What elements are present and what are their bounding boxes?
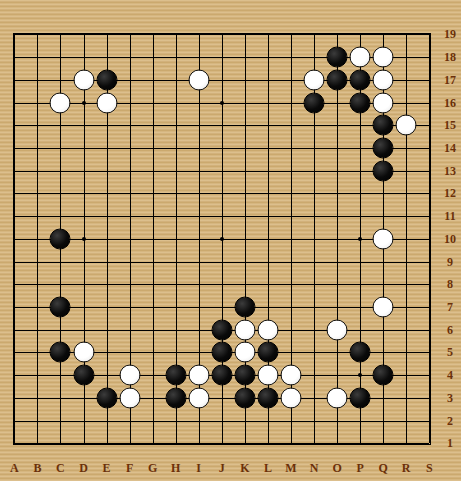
stone-black-P16 <box>350 92 371 113</box>
row-label-3: 3 <box>447 392 453 404</box>
stone-black-J6 <box>211 319 232 340</box>
stone-white-D5 <box>73 342 94 363</box>
stone-white-Q10 <box>373 228 394 249</box>
row-label-6: 6 <box>447 324 453 336</box>
stone-white-D17 <box>73 69 94 90</box>
stone-white-I3 <box>188 387 209 408</box>
column-label-R: R <box>402 462 411 474</box>
stone-white-Q18 <box>373 47 394 68</box>
stone-black-O18 <box>327 47 348 68</box>
stone-black-K3 <box>234 387 255 408</box>
column-label-L: L <box>264 462 272 474</box>
row-label-17: 17 <box>444 74 456 86</box>
stone-black-H4 <box>165 365 186 386</box>
stone-black-Q14 <box>373 137 394 158</box>
column-label-C: C <box>56 462 65 474</box>
column-label-O: O <box>332 462 341 474</box>
stone-white-C16 <box>50 92 71 113</box>
stone-black-Q13 <box>373 160 394 181</box>
column-label-M: M <box>285 462 296 474</box>
stone-black-D4 <box>73 365 94 386</box>
stone-black-J5 <box>211 342 232 363</box>
stone-black-C7 <box>50 297 71 318</box>
stone-black-N16 <box>304 92 325 113</box>
stone-black-E3 <box>96 387 117 408</box>
stone-white-Q7 <box>373 297 394 318</box>
column-label-I: I <box>196 462 201 474</box>
column-label-Q: Q <box>379 462 388 474</box>
stone-white-Q17 <box>373 69 394 90</box>
stone-white-N17 <box>304 69 325 90</box>
stone-white-K6 <box>234 319 255 340</box>
row-label-19: 19 <box>444 28 456 40</box>
stone-white-L4 <box>257 365 278 386</box>
stone-white-M3 <box>281 387 302 408</box>
column-label-D: D <box>79 462 88 474</box>
row-label-14: 14 <box>444 142 456 154</box>
stone-black-C10 <box>50 228 71 249</box>
row-label-2: 2 <box>447 415 453 427</box>
column-label-K: K <box>240 462 249 474</box>
star-point-D10 <box>82 237 86 241</box>
stone-black-E17 <box>96 69 117 90</box>
row-label-1: 1 <box>447 437 453 449</box>
row-label-10: 10 <box>444 233 456 245</box>
column-label-P: P <box>356 462 363 474</box>
stone-white-O6 <box>327 319 348 340</box>
stone-black-K4 <box>234 365 255 386</box>
row-label-11: 11 <box>444 210 455 222</box>
stone-white-K5 <box>234 342 255 363</box>
stone-black-C5 <box>50 342 71 363</box>
column-label-A: A <box>10 462 19 474</box>
stone-white-L6 <box>257 319 278 340</box>
stone-white-M4 <box>281 365 302 386</box>
column-label-G: G <box>148 462 157 474</box>
stone-black-O17 <box>327 69 348 90</box>
stone-white-I17 <box>188 69 209 90</box>
stone-black-P17 <box>350 69 371 90</box>
stone-black-K7 <box>234 297 255 318</box>
row-label-16: 16 <box>444 97 456 109</box>
stone-white-O3 <box>327 387 348 408</box>
column-label-N: N <box>310 462 319 474</box>
column-label-E: E <box>102 462 110 474</box>
column-label-S: S <box>426 462 433 474</box>
stone-black-Q15 <box>373 115 394 136</box>
stone-black-J4 <box>211 365 232 386</box>
go-board[interactable]: ABCDEFGHIJKLMNOPQRS123456789101112131415… <box>0 0 461 481</box>
column-label-F: F <box>126 462 133 474</box>
stone-black-L5 <box>257 342 278 363</box>
star-point-J10 <box>220 237 224 241</box>
stone-white-P18 <box>350 47 371 68</box>
row-label-5: 5 <box>447 346 453 358</box>
star-point-J16 <box>220 101 224 105</box>
row-label-9: 9 <box>447 256 453 268</box>
column-label-B: B <box>33 462 41 474</box>
stone-black-P3 <box>350 387 371 408</box>
stone-white-F4 <box>119 365 140 386</box>
row-label-12: 12 <box>444 187 456 199</box>
stone-white-R15 <box>396 115 417 136</box>
star-point-P10 <box>358 237 362 241</box>
stone-black-L3 <box>257 387 278 408</box>
column-label-H: H <box>171 462 180 474</box>
row-label-7: 7 <box>447 301 453 313</box>
row-label-4: 4 <box>447 369 453 381</box>
stone-black-Q4 <box>373 365 394 386</box>
star-point-P4 <box>358 373 362 377</box>
row-label-13: 13 <box>444 165 456 177</box>
row-label-15: 15 <box>444 119 456 131</box>
star-point-D16 <box>82 101 86 105</box>
stone-white-E16 <box>96 92 117 113</box>
row-label-8: 8 <box>447 278 453 290</box>
column-label-J: J <box>219 462 225 474</box>
stone-white-F3 <box>119 387 140 408</box>
row-label-18: 18 <box>444 51 456 63</box>
stone-black-P5 <box>350 342 371 363</box>
stone-white-I4 <box>188 365 209 386</box>
stone-black-H3 <box>165 387 186 408</box>
stone-white-Q16 <box>373 92 394 113</box>
